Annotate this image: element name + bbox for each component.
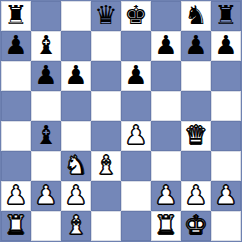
square-a4[interactable] xyxy=(1,121,31,151)
square-c2[interactable]: ♟ xyxy=(61,181,91,211)
square-h8[interactable]: ♜ xyxy=(211,1,241,31)
square-b8[interactable] xyxy=(31,1,61,31)
piece-white-pawn[interactable]: ♟ xyxy=(34,182,57,208)
square-d4[interactable] xyxy=(91,121,121,151)
square-h4[interactable] xyxy=(211,121,241,151)
piece-black-rook[interactable]: ♜ xyxy=(4,2,27,28)
square-g2[interactable]: ♟ xyxy=(181,181,211,211)
piece-black-rook[interactable]: ♜ xyxy=(214,2,237,28)
square-d8[interactable]: ♛ xyxy=(91,1,121,31)
square-f6[interactable] xyxy=(151,61,181,91)
square-d5[interactable] xyxy=(91,91,121,121)
square-h1[interactable] xyxy=(211,211,241,241)
piece-black-king[interactable]: ♚ xyxy=(124,2,147,28)
square-g3[interactable] xyxy=(181,151,211,181)
piece-black-pawn[interactable]: ♟ xyxy=(4,32,27,58)
square-b2[interactable]: ♟ xyxy=(31,181,61,211)
square-b4[interactable]: ♝ xyxy=(31,121,61,151)
piece-black-pawn[interactable]: ♟ xyxy=(64,62,87,88)
square-g6[interactable] xyxy=(181,61,211,91)
square-b1[interactable] xyxy=(31,211,61,241)
square-d7[interactable] xyxy=(91,31,121,61)
piece-white-bishop[interactable]: ♝ xyxy=(64,212,87,238)
piece-white-rook[interactable]: ♜ xyxy=(154,212,177,238)
piece-white-pawn[interactable]: ♟ xyxy=(214,182,237,208)
square-h3[interactable] xyxy=(211,151,241,181)
chess-board: ♜♛♚♞♜♟♝♟♟♟♟♟♟♝♟♛♞♝♟♟♟♟♟♟♜♝♜♚ xyxy=(0,0,242,242)
piece-white-knight[interactable]: ♞ xyxy=(64,152,87,178)
square-d1[interactable] xyxy=(91,211,121,241)
square-e5[interactable] xyxy=(121,91,151,121)
square-c1[interactable]: ♝ xyxy=(61,211,91,241)
square-e3[interactable] xyxy=(121,151,151,181)
square-b3[interactable] xyxy=(31,151,61,181)
piece-white-bishop[interactable]: ♝ xyxy=(94,152,117,178)
square-e4[interactable]: ♟ xyxy=(121,121,151,151)
square-g1[interactable]: ♚ xyxy=(181,211,211,241)
piece-white-pawn[interactable]: ♟ xyxy=(154,182,177,208)
piece-black-pawn[interactable]: ♟ xyxy=(154,32,177,58)
square-c8[interactable] xyxy=(61,1,91,31)
square-d6[interactable] xyxy=(91,61,121,91)
square-a5[interactable] xyxy=(1,91,31,121)
square-e8[interactable]: ♚ xyxy=(121,1,151,31)
square-c7[interactable] xyxy=(61,31,91,61)
square-h6[interactable] xyxy=(211,61,241,91)
square-f1[interactable]: ♜ xyxy=(151,211,181,241)
square-c6[interactable]: ♟ xyxy=(61,61,91,91)
square-g8[interactable]: ♞ xyxy=(181,1,211,31)
square-a8[interactable]: ♜ xyxy=(1,1,31,31)
square-a2[interactable]: ♟ xyxy=(1,181,31,211)
square-b5[interactable] xyxy=(31,91,61,121)
square-f8[interactable] xyxy=(151,1,181,31)
piece-white-queen[interactable]: ♛ xyxy=(184,122,207,148)
piece-black-bishop[interactable]: ♝ xyxy=(34,32,57,58)
piece-black-pawn[interactable]: ♟ xyxy=(214,32,237,58)
square-c3[interactable]: ♞ xyxy=(61,151,91,181)
square-d2[interactable] xyxy=(91,181,121,211)
piece-white-pawn[interactable]: ♟ xyxy=(124,122,147,148)
square-e2[interactable] xyxy=(121,181,151,211)
square-f7[interactable]: ♟ xyxy=(151,31,181,61)
square-f2[interactable]: ♟ xyxy=(151,181,181,211)
square-h2[interactable]: ♟ xyxy=(211,181,241,211)
square-g7[interactable]: ♟ xyxy=(181,31,211,61)
square-a1[interactable]: ♜ xyxy=(1,211,31,241)
square-a3[interactable] xyxy=(1,151,31,181)
square-e6[interactable]: ♟ xyxy=(121,61,151,91)
piece-black-pawn[interactable]: ♟ xyxy=(184,32,207,58)
piece-black-bishop[interactable]: ♝ xyxy=(34,122,57,148)
square-f4[interactable] xyxy=(151,121,181,151)
square-e7[interactable] xyxy=(121,31,151,61)
square-h5[interactable] xyxy=(211,91,241,121)
square-e1[interactable] xyxy=(121,211,151,241)
square-c4[interactable] xyxy=(61,121,91,151)
square-g4[interactable]: ♛ xyxy=(181,121,211,151)
piece-black-knight[interactable]: ♞ xyxy=(184,2,207,28)
square-b7[interactable]: ♝ xyxy=(31,31,61,61)
piece-white-pawn[interactable]: ♟ xyxy=(184,182,207,208)
piece-white-king[interactable]: ♚ xyxy=(184,212,207,238)
square-a6[interactable] xyxy=(1,61,31,91)
square-a7[interactable]: ♟ xyxy=(1,31,31,61)
piece-white-rook[interactable]: ♜ xyxy=(4,212,27,238)
piece-black-queen[interactable]: ♛ xyxy=(94,2,117,28)
piece-black-pawn[interactable]: ♟ xyxy=(124,62,147,88)
square-f3[interactable] xyxy=(151,151,181,181)
square-b6[interactable]: ♟ xyxy=(31,61,61,91)
square-h7[interactable]: ♟ xyxy=(211,31,241,61)
square-g5[interactable] xyxy=(181,91,211,121)
square-f5[interactable] xyxy=(151,91,181,121)
piece-white-pawn[interactable]: ♟ xyxy=(64,182,87,208)
square-d3[interactable]: ♝ xyxy=(91,151,121,181)
piece-white-pawn[interactable]: ♟ xyxy=(4,182,27,208)
square-c5[interactable] xyxy=(61,91,91,121)
piece-black-pawn[interactable]: ♟ xyxy=(34,62,57,88)
